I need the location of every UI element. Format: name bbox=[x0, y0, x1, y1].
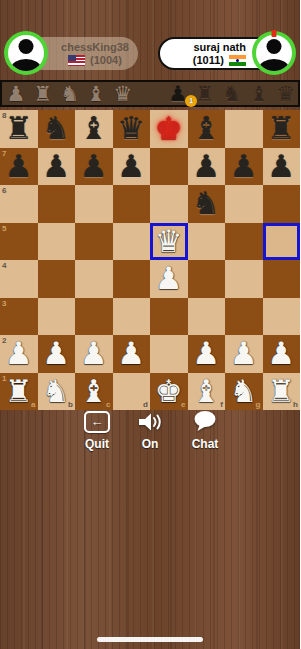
square-c8[interactable]: ♝ bbox=[75, 110, 113, 148]
rank-label-8: 8 bbox=[2, 111, 6, 120]
quit-button[interactable]: ← Quit bbox=[70, 408, 124, 451]
square-d2[interactable]: ♟ bbox=[113, 335, 151, 373]
square-c4[interactable] bbox=[75, 260, 113, 298]
avatar-white-silhouette bbox=[8, 35, 44, 71]
avatar-white bbox=[4, 31, 48, 75]
chess-board: 8♜♞♝♛♚♝♜7♟♟♟♟♟♟♟6♞5♛4♟32♟♟♟♟♟♟♟1a♜b♞c♝de… bbox=[0, 110, 300, 410]
square-h2[interactable]: ♟ bbox=[263, 335, 301, 373]
rank-label-3: 3 bbox=[2, 299, 6, 308]
black-pawn: ♟ bbox=[263, 148, 301, 186]
player-rating-black: (1011) bbox=[193, 54, 224, 67]
white-pawn: ♟ bbox=[225, 335, 263, 373]
square-h4[interactable] bbox=[263, 260, 301, 298]
rank-label-1: 1 bbox=[2, 374, 6, 383]
square-f3[interactable] bbox=[188, 298, 226, 336]
white-pawn: ♟ bbox=[150, 260, 188, 298]
white-pawn: ♟ bbox=[113, 335, 151, 373]
square-b6[interactable] bbox=[38, 185, 76, 223]
black-knight: ♞ bbox=[38, 110, 76, 148]
square-d8[interactable]: ♛ bbox=[113, 110, 151, 148]
captured-black-rook: ♜ bbox=[193, 82, 217, 105]
bottom-toolbar: ← Quit On Chat bbox=[0, 408, 300, 458]
square-b3[interactable] bbox=[38, 298, 76, 336]
square-c1[interactable]: c♝ bbox=[75, 373, 113, 411]
square-e4[interactable]: ♟ bbox=[150, 260, 188, 298]
square-a8[interactable]: 8♜ bbox=[0, 110, 38, 148]
black-bishop: ♝ bbox=[75, 110, 113, 148]
captured-pieces-tray: ♟♜♞♝♛♟1♜♞♝♛ bbox=[0, 80, 300, 107]
square-e3[interactable] bbox=[150, 298, 188, 336]
square-g3[interactable] bbox=[225, 298, 263, 336]
black-bishop: ♝ bbox=[188, 110, 226, 148]
captured-black-queen: ♛ bbox=[274, 82, 298, 105]
player-row-black: (1011) bbox=[193, 54, 246, 67]
rank-label-4: 4 bbox=[2, 261, 6, 270]
square-a1[interactable]: 1a♜ bbox=[0, 373, 38, 411]
white-queen: ♛ bbox=[150, 223, 188, 261]
us-flag-icon bbox=[68, 55, 85, 66]
square-a5[interactable]: 5 bbox=[0, 223, 38, 261]
square-h5[interactable] bbox=[263, 223, 301, 261]
captured-white-knight: ♞ bbox=[58, 82, 82, 105]
back-arrow-icon: ← bbox=[84, 408, 110, 435]
square-g4[interactable] bbox=[225, 260, 263, 298]
square-e7[interactable] bbox=[150, 148, 188, 186]
square-d5[interactable] bbox=[113, 223, 151, 261]
white-pawn: ♟ bbox=[38, 335, 76, 373]
square-c5[interactable] bbox=[75, 223, 113, 261]
square-f8[interactable]: ♝ bbox=[188, 110, 226, 148]
captured-white-bishop: ♝ bbox=[84, 82, 108, 105]
square-c6[interactable] bbox=[75, 185, 113, 223]
square-a7[interactable]: 7♟ bbox=[0, 148, 38, 186]
captured-black-knight: ♞ bbox=[220, 82, 244, 105]
square-f5[interactable] bbox=[188, 223, 226, 261]
black-knight: ♞ bbox=[188, 185, 226, 223]
chat-button[interactable]: Chat bbox=[178, 408, 232, 451]
chess-app-screen: chessKing38 (1004) suraj nath (1011) ♟♜♞… bbox=[0, 0, 300, 649]
square-g8[interactable] bbox=[225, 110, 263, 148]
square-h6[interactable] bbox=[263, 185, 301, 223]
square-f6[interactable]: ♞ bbox=[188, 185, 226, 223]
captured-black-bishop: ♝ bbox=[247, 82, 271, 105]
captured-white-pawn: ♟ bbox=[4, 82, 28, 105]
chat-label: Chat bbox=[192, 437, 219, 451]
square-a4[interactable]: 4 bbox=[0, 260, 38, 298]
black-pawn: ♟ bbox=[113, 148, 151, 186]
player-name-black: suraj nath bbox=[193, 40, 246, 54]
square-g2[interactable]: ♟ bbox=[225, 335, 263, 373]
sound-label: On bbox=[142, 437, 159, 451]
square-h1[interactable]: h♜ bbox=[263, 373, 301, 411]
square-h3[interactable] bbox=[263, 298, 301, 336]
square-d4[interactable] bbox=[113, 260, 151, 298]
captured-white-rook: ♜ bbox=[31, 82, 55, 105]
square-g7[interactable]: ♟ bbox=[225, 148, 263, 186]
black-rook: ♜ bbox=[263, 110, 301, 148]
white-pawn: ♟ bbox=[263, 335, 301, 373]
square-a3[interactable]: 3 bbox=[0, 298, 38, 336]
square-d7[interactable]: ♟ bbox=[113, 148, 151, 186]
square-e8[interactable]: ♚ bbox=[150, 110, 188, 148]
rank-label-6: 6 bbox=[2, 186, 6, 195]
captured-white-queen: ♛ bbox=[111, 82, 135, 105]
player-rating-white: (1004) bbox=[90, 54, 122, 67]
chat-bubble-icon bbox=[192, 408, 218, 435]
rank-label-7: 7 bbox=[2, 149, 6, 158]
square-h7[interactable]: ♟ bbox=[263, 148, 301, 186]
square-b7[interactable]: ♟ bbox=[38, 148, 76, 186]
sound-toggle-button[interactable]: On bbox=[123, 408, 177, 451]
player-row-white: (1004) bbox=[68, 54, 122, 67]
square-f7[interactable]: ♟ bbox=[188, 148, 226, 186]
avatar-black bbox=[252, 31, 296, 75]
speaker-icon bbox=[138, 408, 162, 435]
black-pawn: ♟ bbox=[188, 148, 226, 186]
black-pawn: ♟ bbox=[38, 148, 76, 186]
quit-label: Quit bbox=[85, 437, 109, 451]
black-pawn: ♟ bbox=[225, 148, 263, 186]
square-b8[interactable]: ♞ bbox=[38, 110, 76, 148]
turn-timer-tick bbox=[272, 30, 277, 37]
white-pawn: ♟ bbox=[75, 335, 113, 373]
square-g1[interactable]: g♞ bbox=[225, 373, 263, 411]
square-d1[interactable]: d bbox=[113, 373, 151, 411]
square-g6[interactable] bbox=[225, 185, 263, 223]
rank-label-5: 5 bbox=[2, 224, 6, 233]
captured-black-pawn: ♟1 bbox=[166, 82, 190, 105]
rank-label-2: 2 bbox=[2, 336, 6, 345]
india-flag-icon bbox=[229, 55, 246, 66]
square-b4[interactable] bbox=[38, 260, 76, 298]
square-b2[interactable]: ♟ bbox=[38, 335, 76, 373]
square-b5[interactable] bbox=[38, 223, 76, 261]
black-pawn: ♟ bbox=[75, 148, 113, 186]
square-e2[interactable] bbox=[150, 335, 188, 373]
square-f4[interactable] bbox=[188, 260, 226, 298]
home-indicator[interactable] bbox=[97, 637, 203, 642]
black-queen: ♛ bbox=[113, 110, 151, 148]
square-d3[interactable] bbox=[113, 298, 151, 336]
square-a2[interactable]: 2♟ bbox=[0, 335, 38, 373]
square-g5[interactable] bbox=[225, 223, 263, 261]
white-pawn: ♟ bbox=[188, 335, 226, 373]
square-d6[interactable] bbox=[113, 185, 151, 223]
avatar-black-silhouette bbox=[256, 35, 292, 71]
square-e5[interactable]: ♛ bbox=[150, 223, 188, 261]
square-f1[interactable]: f♝ bbox=[188, 373, 226, 411]
square-f2[interactable]: ♟ bbox=[188, 335, 226, 373]
square-a6[interactable]: 6 bbox=[0, 185, 38, 223]
black-king: ♚ bbox=[150, 110, 188, 148]
square-b1[interactable]: b♞ bbox=[38, 373, 76, 411]
square-h8[interactable]: ♜ bbox=[263, 110, 301, 148]
square-c3[interactable] bbox=[75, 298, 113, 336]
player-name-white: chessKing38 bbox=[61, 40, 129, 54]
square-e6[interactable] bbox=[150, 185, 188, 223]
square-c7[interactable]: ♟ bbox=[75, 148, 113, 186]
square-c2[interactable]: ♟ bbox=[75, 335, 113, 373]
square-e1[interactable]: e♚ bbox=[150, 373, 188, 411]
